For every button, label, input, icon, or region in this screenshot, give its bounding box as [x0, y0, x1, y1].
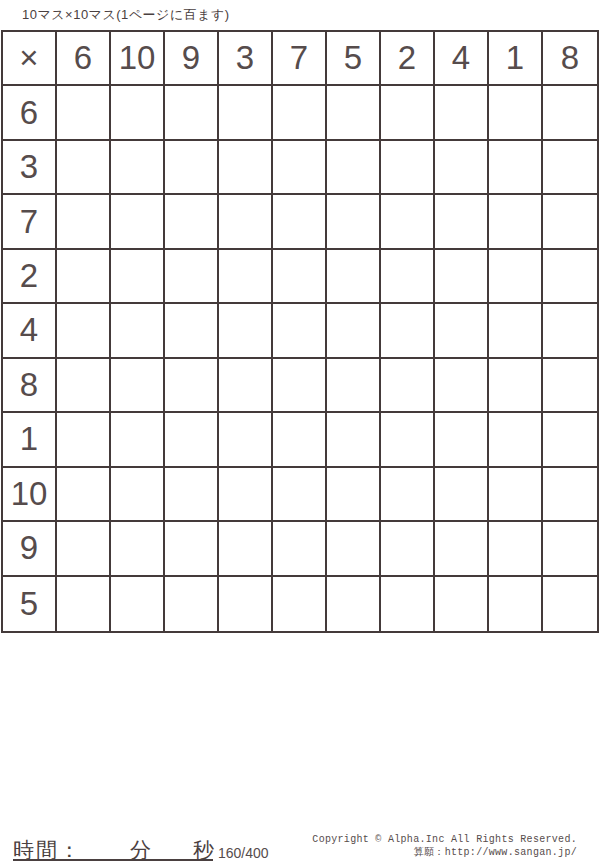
answer-cell: [273, 468, 327, 522]
answer-cell: [543, 577, 597, 631]
answer-cell: [111, 250, 165, 304]
answer-cell: [165, 359, 219, 413]
answer-cell: [111, 141, 165, 195]
answer-cell: [273, 413, 327, 467]
answer-cell: [543, 359, 597, 413]
answer-cell: [489, 522, 543, 576]
page-number: 160/400: [218, 845, 269, 861]
answer-cell: [273, 86, 327, 140]
row-header-cell: 3: [3, 141, 57, 195]
answer-cell: [435, 468, 489, 522]
answer-cell: [57, 86, 111, 140]
answer-cell: [219, 468, 273, 522]
answer-cell: [327, 577, 381, 631]
answer-cell: [327, 522, 381, 576]
answer-cell: [435, 577, 489, 631]
col-header-cell: 6: [57, 32, 111, 86]
answer-cell: [381, 577, 435, 631]
col-header-cell: 1: [489, 32, 543, 86]
row-header-cell: 10: [3, 468, 57, 522]
col-header-cell: 8: [543, 32, 597, 86]
answer-cell: [165, 413, 219, 467]
answer-cell: [111, 304, 165, 358]
answer-cell: [489, 468, 543, 522]
col-header-cell: 7: [273, 32, 327, 86]
answer-cell: [273, 522, 327, 576]
answer-cell: [381, 413, 435, 467]
answer-cell: [327, 468, 381, 522]
answer-cell: [165, 86, 219, 140]
col-header-cell: 5: [327, 32, 381, 86]
answer-cell: [219, 304, 273, 358]
answer-cell: [57, 195, 111, 249]
answer-cell: [435, 86, 489, 140]
answer-cell: [381, 141, 435, 195]
answer-cell: [435, 413, 489, 467]
answer-cell: [165, 522, 219, 576]
answer-cell: [273, 577, 327, 631]
copyright-line2: 算願：http://www.sangan.jp/: [312, 847, 577, 860]
row-header-cell: 5: [3, 577, 57, 631]
col-header-cell: 3: [219, 32, 273, 86]
seconds-label: 秒: [193, 838, 214, 861]
answer-cell: [111, 359, 165, 413]
answer-cell: [327, 195, 381, 249]
answer-cell: [435, 359, 489, 413]
row-header-cell: 1: [3, 413, 57, 467]
answer-cell: [543, 413, 597, 467]
answer-cell: [219, 413, 273, 467]
row-header-cell: 4: [3, 304, 57, 358]
answer-cell: [165, 141, 219, 195]
answer-cell: [435, 195, 489, 249]
answer-cell: [543, 195, 597, 249]
answer-cell: [381, 86, 435, 140]
answer-cell: [219, 195, 273, 249]
answer-cell: [435, 250, 489, 304]
answer-cell: [111, 577, 165, 631]
answer-cell: [381, 468, 435, 522]
answer-cell: [219, 577, 273, 631]
col-header-cell: 2: [381, 32, 435, 86]
answer-cell: [273, 195, 327, 249]
page-title: 10マス×10マス(1ページに百ます): [22, 7, 230, 23]
time-entry-line: 時間： 分 秒: [13, 838, 213, 861]
answer-cell: [57, 141, 111, 195]
answer-cell: [273, 359, 327, 413]
answer-cell: [381, 195, 435, 249]
answer-cell: [273, 250, 327, 304]
answer-cell: [57, 413, 111, 467]
answer-cell: [489, 250, 543, 304]
answer-cell: [489, 141, 543, 195]
answer-cell: [165, 577, 219, 631]
answer-cell: [381, 522, 435, 576]
copyright: Copyright © Alpha.Inc All Rights Reserve…: [312, 834, 577, 859]
answer-cell: [327, 86, 381, 140]
answer-cell: [489, 304, 543, 358]
answer-cell: [57, 359, 111, 413]
answer-cell: [327, 413, 381, 467]
answer-cell: [543, 468, 597, 522]
answer-cell: [543, 86, 597, 140]
answer-cell: [435, 522, 489, 576]
answer-cell: [57, 250, 111, 304]
answer-cell: [489, 195, 543, 249]
answer-cell: [219, 522, 273, 576]
answer-cell: [381, 250, 435, 304]
answer-cell: [57, 468, 111, 522]
answer-cell: [219, 250, 273, 304]
col-header-cell: 4: [435, 32, 489, 86]
row-header-cell: 6: [3, 86, 57, 140]
answer-cell: [489, 359, 543, 413]
answer-cell: [273, 304, 327, 358]
answer-cell: [489, 86, 543, 140]
answer-cell: [381, 359, 435, 413]
worksheet-grid: ×6109375241863724811095: [1, 30, 599, 633]
answer-cell: [327, 250, 381, 304]
answer-cell: [273, 141, 327, 195]
row-header-cell: 9: [3, 522, 57, 576]
row-header-cell: 7: [3, 195, 57, 249]
answer-cell: [489, 413, 543, 467]
answer-cell: [165, 195, 219, 249]
answer-cell: [111, 86, 165, 140]
answer-cell: [111, 522, 165, 576]
answer-cell: [219, 359, 273, 413]
col-header-cell: 9: [165, 32, 219, 86]
answer-cell: [327, 304, 381, 358]
answer-cell: [489, 577, 543, 631]
answer-cell: [165, 250, 219, 304]
footer: 時間： 分 秒 160/400 Copyright © Alpha.Inc Al…: [0, 830, 600, 865]
minutes-label: 分: [130, 838, 151, 861]
answer-cell: [543, 250, 597, 304]
answer-cell: [111, 468, 165, 522]
answer-cell: [327, 359, 381, 413]
answer-cell: [111, 413, 165, 467]
answer-cell: [111, 195, 165, 249]
answer-cell: [543, 141, 597, 195]
answer-cell: [165, 304, 219, 358]
answer-cell: [435, 141, 489, 195]
row-header-cell: 2: [3, 250, 57, 304]
col-header-cell: 10: [111, 32, 165, 86]
answer-cell: [57, 304, 111, 358]
answer-cell: [543, 304, 597, 358]
answer-cell: [543, 522, 597, 576]
answer-cell: [327, 141, 381, 195]
row-header-cell: 8: [3, 359, 57, 413]
copyright-line1: Copyright © Alpha.Inc All Rights Reserve…: [312, 834, 577, 847]
answer-cell: [57, 522, 111, 576]
time-label: 時間：: [13, 838, 82, 861]
answer-cell: [381, 304, 435, 358]
answer-cell: [57, 577, 111, 631]
answer-cell: [435, 304, 489, 358]
answer-cell: [219, 141, 273, 195]
answer-cell: [165, 468, 219, 522]
operator-cell: ×: [3, 32, 57, 86]
answer-cell: [219, 86, 273, 140]
